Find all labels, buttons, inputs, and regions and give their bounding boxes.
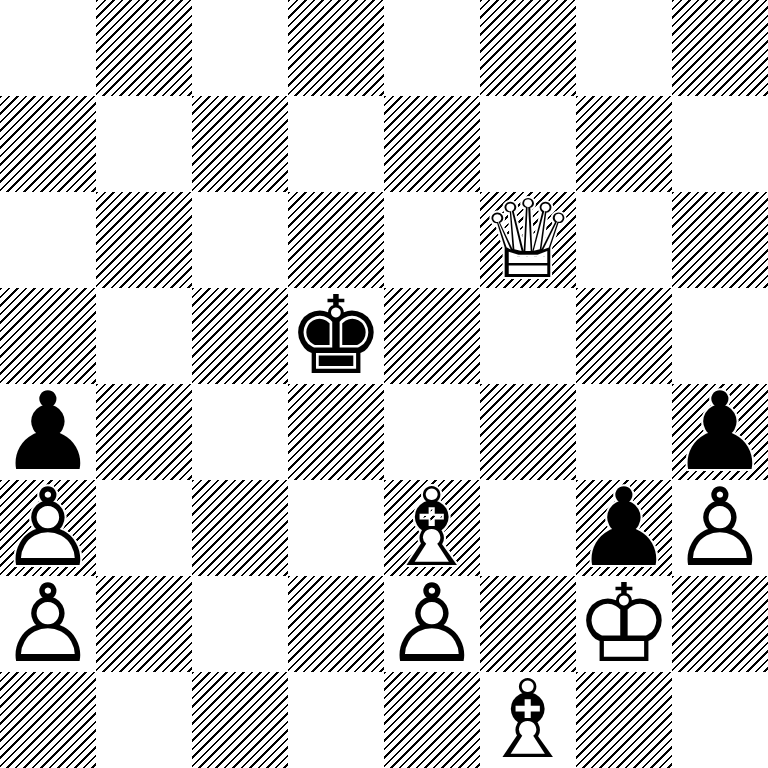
black-king-glyph: ♚ bbox=[288, 288, 384, 384]
square-f5[interactable] bbox=[480, 288, 576, 384]
square-a7[interactable] bbox=[0, 96, 96, 192]
white-pawn-h3: ♟♙ bbox=[672, 480, 768, 576]
square-a8[interactable] bbox=[0, 0, 96, 96]
black-king-d5: ♚♚ bbox=[288, 288, 384, 384]
black-pawn-a4: ♟♟ bbox=[0, 384, 96, 480]
square-g2[interactable]: ♚♔ bbox=[576, 576, 672, 672]
square-c5[interactable] bbox=[192, 288, 288, 384]
square-d2[interactable] bbox=[288, 576, 384, 672]
square-d4[interactable] bbox=[288, 384, 384, 480]
black-pawn-h4: ♟♟ bbox=[672, 384, 768, 480]
square-g5[interactable] bbox=[576, 288, 672, 384]
square-c2[interactable] bbox=[192, 576, 288, 672]
white-bishop-e3: ♝♗ bbox=[384, 480, 480, 576]
square-g7[interactable] bbox=[576, 96, 672, 192]
square-e8[interactable] bbox=[384, 0, 480, 96]
white-bishop-glyph: ♗ bbox=[384, 480, 480, 576]
chess-board: ♛♕♚♚♟♟♟♟♟♙♝♗♟♟♟♙♟♙♟♙♚♔♝♗ bbox=[0, 0, 768, 768]
piece-halo: ♟ bbox=[672, 480, 768, 576]
square-b7[interactable] bbox=[96, 96, 192, 192]
square-e4[interactable] bbox=[384, 384, 480, 480]
square-h7[interactable] bbox=[672, 96, 768, 192]
square-e3[interactable]: ♝♗ bbox=[384, 480, 480, 576]
square-d7[interactable] bbox=[288, 96, 384, 192]
square-b4[interactable] bbox=[96, 384, 192, 480]
white-queen-glyph: ♕ bbox=[480, 192, 576, 288]
square-f2[interactable] bbox=[480, 576, 576, 672]
white-pawn-glyph: ♙ bbox=[672, 480, 768, 576]
square-d5[interactable]: ♚♚ bbox=[288, 288, 384, 384]
white-pawn-glyph: ♙ bbox=[0, 576, 96, 672]
white-king-glyph: ♔ bbox=[576, 576, 672, 672]
piece-halo: ♟ bbox=[0, 576, 96, 672]
white-bishop-glyph: ♗ bbox=[480, 672, 576, 768]
black-pawn-glyph: ♟ bbox=[0, 384, 96, 480]
square-b1[interactable] bbox=[96, 672, 192, 768]
white-pawn-glyph: ♙ bbox=[384, 576, 480, 672]
square-a3[interactable]: ♟♙ bbox=[0, 480, 96, 576]
piece-halo: ♟ bbox=[672, 384, 768, 480]
square-b6[interactable] bbox=[96, 192, 192, 288]
square-c3[interactable] bbox=[192, 480, 288, 576]
square-g6[interactable] bbox=[576, 192, 672, 288]
square-f4[interactable] bbox=[480, 384, 576, 480]
square-e7[interactable] bbox=[384, 96, 480, 192]
square-g3[interactable]: ♟♟ bbox=[576, 480, 672, 576]
square-f8[interactable] bbox=[480, 0, 576, 96]
piece-halo: ♚ bbox=[288, 288, 384, 384]
square-f7[interactable] bbox=[480, 96, 576, 192]
piece-halo: ♚ bbox=[576, 576, 672, 672]
square-f3[interactable] bbox=[480, 480, 576, 576]
square-e2[interactable]: ♟♙ bbox=[384, 576, 480, 672]
square-b3[interactable] bbox=[96, 480, 192, 576]
square-d8[interactable] bbox=[288, 0, 384, 96]
black-pawn-g3: ♟♟ bbox=[576, 480, 672, 576]
square-c1[interactable] bbox=[192, 672, 288, 768]
square-f6[interactable]: ♛♕ bbox=[480, 192, 576, 288]
square-g1[interactable] bbox=[576, 672, 672, 768]
piece-halo: ♟ bbox=[384, 576, 480, 672]
square-a6[interactable] bbox=[0, 192, 96, 288]
white-pawn-a2: ♟♙ bbox=[0, 576, 96, 672]
square-g8[interactable] bbox=[576, 0, 672, 96]
square-d3[interactable] bbox=[288, 480, 384, 576]
square-e5[interactable] bbox=[384, 288, 480, 384]
square-d1[interactable] bbox=[288, 672, 384, 768]
piece-halo: ♝ bbox=[480, 672, 576, 768]
square-e1[interactable] bbox=[384, 672, 480, 768]
piece-halo: ♟ bbox=[576, 480, 672, 576]
square-b2[interactable] bbox=[96, 576, 192, 672]
square-a5[interactable] bbox=[0, 288, 96, 384]
square-g4[interactable] bbox=[576, 384, 672, 480]
white-pawn-a3: ♟♙ bbox=[0, 480, 96, 576]
white-bishop-f1: ♝♗ bbox=[480, 672, 576, 768]
square-d6[interactable] bbox=[288, 192, 384, 288]
black-pawn-glyph: ♟ bbox=[672, 384, 768, 480]
square-c6[interactable] bbox=[192, 192, 288, 288]
white-pawn-glyph: ♙ bbox=[0, 480, 96, 576]
square-a2[interactable]: ♟♙ bbox=[0, 576, 96, 672]
square-h5[interactable] bbox=[672, 288, 768, 384]
piece-halo: ♟ bbox=[0, 384, 96, 480]
white-queen-f6: ♛♕ bbox=[480, 192, 576, 288]
piece-halo: ♝ bbox=[384, 480, 480, 576]
square-e6[interactable] bbox=[384, 192, 480, 288]
square-a4[interactable]: ♟♟ bbox=[0, 384, 96, 480]
piece-halo: ♛ bbox=[480, 192, 576, 288]
square-b8[interactable] bbox=[96, 0, 192, 96]
square-c8[interactable] bbox=[192, 0, 288, 96]
white-pawn-e2: ♟♙ bbox=[384, 576, 480, 672]
square-b5[interactable] bbox=[96, 288, 192, 384]
piece-halo: ♟ bbox=[0, 480, 96, 576]
square-h3[interactable]: ♟♙ bbox=[672, 480, 768, 576]
square-h1[interactable] bbox=[672, 672, 768, 768]
square-h6[interactable] bbox=[672, 192, 768, 288]
square-h8[interactable] bbox=[672, 0, 768, 96]
square-h2[interactable] bbox=[672, 576, 768, 672]
square-h4[interactable]: ♟♟ bbox=[672, 384, 768, 480]
square-f1[interactable]: ♝♗ bbox=[480, 672, 576, 768]
square-a1[interactable] bbox=[0, 672, 96, 768]
square-c7[interactable] bbox=[192, 96, 288, 192]
white-king-g2: ♚♔ bbox=[576, 576, 672, 672]
square-c4[interactable] bbox=[192, 384, 288, 480]
black-pawn-glyph: ♟ bbox=[576, 480, 672, 576]
